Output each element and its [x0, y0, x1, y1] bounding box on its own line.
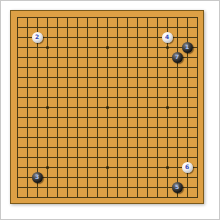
grid-line-horizontal — [17, 117, 198, 118]
star-point — [46, 106, 49, 109]
grid-line-vertical — [157, 17, 158, 198]
grid-line-vertical — [177, 17, 178, 198]
grid-line-horizontal — [17, 137, 198, 138]
grid-line-vertical — [137, 17, 138, 198]
stone-black-1: 1 — [182, 42, 193, 53]
grid-line-vertical — [117, 17, 118, 198]
applet-frame: 1234567 — [0, 0, 220, 220]
grid-line-horizontal — [17, 127, 198, 128]
grid-line-horizontal — [17, 177, 198, 178]
star-point — [166, 166, 169, 169]
stone-white-2: 2 — [32, 32, 43, 43]
star-point — [46, 166, 49, 169]
star-point — [106, 106, 109, 109]
grid-line-horizontal — [17, 147, 198, 148]
star-point — [166, 46, 169, 49]
grid-line-horizontal — [17, 157, 198, 158]
star-point — [106, 166, 109, 169]
go-board[interactable]: 1234567 — [10, 10, 204, 204]
grid-line-vertical — [197, 17, 198, 198]
stone-black-3: 3 — [32, 172, 43, 183]
star-point — [106, 46, 109, 49]
grid-line-vertical — [147, 17, 148, 198]
stone-black-5: 5 — [172, 182, 183, 193]
star-point — [166, 106, 169, 109]
stone-white-6: 6 — [182, 162, 193, 173]
star-point — [46, 46, 49, 49]
grid-line-vertical — [127, 17, 128, 198]
stone-white-4: 4 — [162, 32, 173, 43]
grid-line-horizontal — [17, 197, 198, 198]
grid-line-horizontal — [17, 187, 198, 188]
stone-black-7: 7 — [172, 52, 183, 63]
